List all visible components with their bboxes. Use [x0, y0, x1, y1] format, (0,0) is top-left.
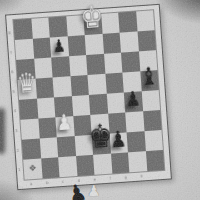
square-b4[interactable]: [36, 97, 55, 118]
square-c6[interactable]: [51, 56, 70, 77]
rank-label: 3: [15, 129, 18, 133]
captured-white-piece: ♟: [87, 184, 100, 199]
rank-label: 4: [14, 109, 17, 113]
square-a8[interactable]: [13, 19, 32, 40]
square-a1[interactable]: ❖: [23, 158, 42, 179]
square-f5[interactable]: [105, 73, 124, 94]
square-d7[interactable]: [67, 35, 86, 56]
rank-label: 8: [8, 31, 11, 35]
square-a7[interactable]: [15, 39, 34, 60]
square-b2[interactable]: [39, 137, 58, 158]
rank-label: 7: [10, 51, 13, 55]
square-a4[interactable]: [19, 99, 38, 120]
square-c8[interactable]: [48, 16, 67, 37]
square-h2[interactable]: [144, 130, 163, 151]
white-queen[interactable]: ♛: [16, 70, 38, 98]
square-e7[interactable]: [85, 34, 104, 55]
square-e1[interactable]: [93, 154, 112, 175]
file-label: b: [46, 181, 49, 185]
square-d4[interactable]: [71, 95, 90, 116]
square-g8[interactable]: [118, 12, 137, 33]
photo-frame: ♚♟♛♝♟♟♚♟❖ 87654321 abcdefgh ♟♟: [0, 0, 200, 200]
square-e5[interactable]: [87, 74, 106, 95]
square-f1[interactable]: [111, 152, 130, 173]
square-d1[interactable]: [76, 155, 95, 176]
square-f2[interactable]: ♟: [109, 132, 128, 153]
square-g2[interactable]: [127, 131, 146, 152]
black-pawn[interactable]: ♟: [52, 37, 66, 55]
square-f6[interactable]: [104, 53, 123, 74]
square-b3[interactable]: [38, 117, 57, 138]
square-c5[interactable]: [53, 76, 72, 97]
file-label: f: [109, 177, 111, 181]
square-a2[interactable]: [22, 139, 41, 160]
square-b1[interactable]: [41, 157, 60, 178]
square-f4[interactable]: [106, 93, 125, 114]
square-g1[interactable]: [128, 151, 147, 172]
square-b5[interactable]: [35, 77, 54, 98]
square-a3[interactable]: [20, 119, 39, 140]
square-f8[interactable]: [101, 13, 120, 34]
chessboard: ♚♟♛♝♟♟♚♟❖ 87654321 abcdefgh: [5, 4, 172, 190]
square-g6[interactable]: [121, 51, 140, 72]
square-h5[interactable]: ♝: [140, 70, 159, 91]
square-c7[interactable]: ♟: [50, 36, 69, 57]
white-pawn[interactable]: ♟: [56, 113, 73, 136]
black-bishop[interactable]: ♝: [139, 64, 159, 90]
square-c1[interactable]: [58, 156, 77, 177]
square-f7[interactable]: [102, 33, 121, 54]
square-h1[interactable]: [145, 150, 164, 171]
square-e2[interactable]: ♚: [92, 134, 111, 155]
square-e6[interactable]: [86, 54, 105, 75]
background-object-left-edge: [0, 108, 5, 154]
square-g4[interactable]: ♟: [124, 91, 143, 112]
rank-label: 2: [16, 149, 19, 153]
square-e4[interactable]: [89, 94, 108, 115]
square-b6[interactable]: [34, 58, 53, 79]
square-c3[interactable]: ♟: [55, 116, 74, 137]
square-g7[interactable]: [120, 31, 139, 52]
rank-label: 5: [12, 90, 15, 94]
square-d5[interactable]: [70, 75, 89, 96]
black-pawn[interactable]: ♟: [125, 89, 141, 110]
board-grid: ♚♟♛♝♟♟♚♟❖: [13, 10, 164, 179]
file-label: g: [124, 176, 127, 180]
file-label: a: [30, 182, 33, 186]
square-d6[interactable]: [69, 55, 88, 76]
square-h8[interactable]: [136, 10, 155, 31]
square-h7[interactable]: [137, 30, 156, 51]
square-c2[interactable]: [57, 136, 76, 157]
file-label: c: [62, 180, 64, 184]
rank-label: 6: [11, 70, 14, 74]
square-h3[interactable]: [143, 110, 162, 131]
square-b7[interactable]: [32, 38, 51, 59]
square-b8[interactable]: [31, 18, 50, 39]
board-corner-logo-icon: ❖: [28, 164, 37, 174]
file-label: h: [140, 174, 143, 178]
square-a5[interactable]: ♛: [18, 79, 37, 100]
square-g3[interactable]: [125, 111, 144, 132]
square-e8[interactable]: ♚: [83, 14, 102, 35]
rank-label: 1: [18, 168, 21, 172]
black-pawn[interactable]: ♟: [109, 128, 127, 152]
square-h4[interactable]: [141, 90, 160, 111]
